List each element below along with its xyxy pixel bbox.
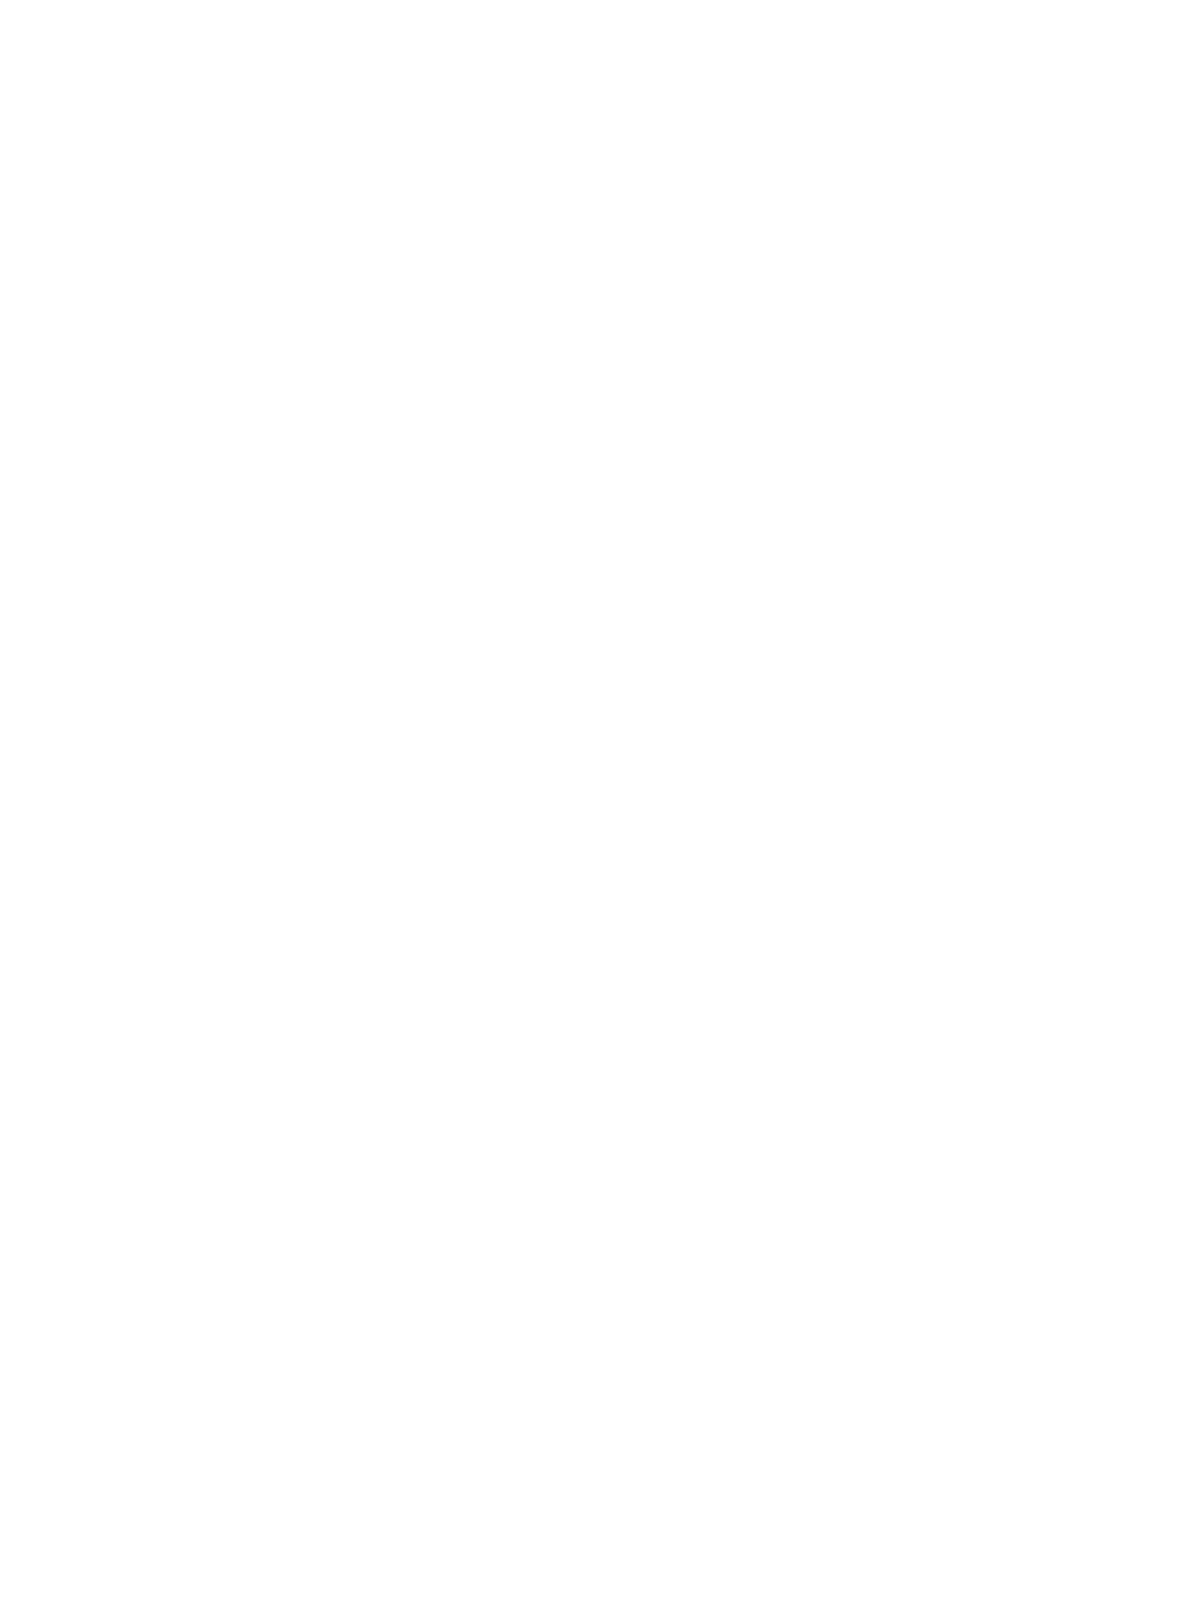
product-photo-page: { "game": "chess", "position": "rnbqkbnr…: [0, 0, 1200, 1600]
chess-set-photo: [0, 0, 1200, 1600]
